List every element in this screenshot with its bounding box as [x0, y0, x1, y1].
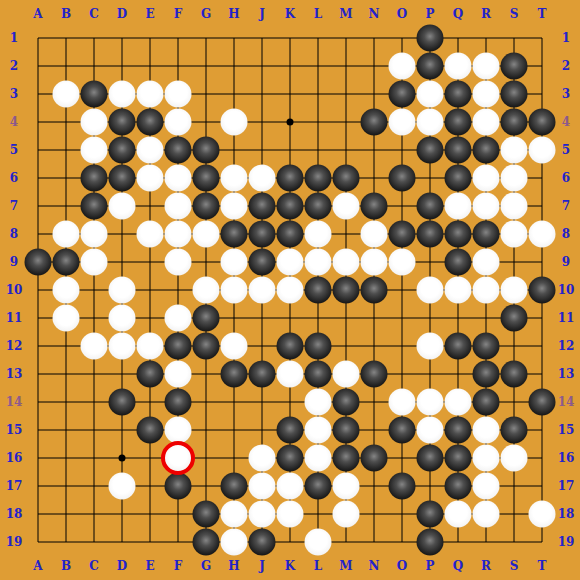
black-stone-s13: [501, 361, 528, 388]
row-label-right-13: 13: [558, 368, 575, 380]
white-stone-r17: [473, 473, 500, 500]
col-label-top-g: G: [201, 8, 211, 20]
black-stone-j7: [249, 193, 276, 220]
col-label-bottom-b: B: [61, 560, 71, 572]
white-stone-f8: [165, 221, 192, 248]
black-stone-j13: [249, 361, 276, 388]
black-stone-j9: [249, 249, 276, 276]
col-label-top-o: O: [397, 8, 407, 20]
black-stone-h13: [221, 361, 248, 388]
white-stone-j10: [249, 277, 276, 304]
white-stone-m17: [333, 473, 360, 500]
white-stone-p10: [417, 277, 444, 304]
black-stone-n4: [361, 109, 388, 136]
row-label-right-11: 11: [558, 312, 575, 324]
row-label-left-3: 3: [10, 88, 18, 100]
black-stone-q6: [445, 165, 472, 192]
black-stone-o17: [389, 473, 416, 500]
white-stone-p4: [417, 109, 444, 136]
white-stone-r9: [473, 249, 500, 276]
black-stone-k6: [277, 165, 304, 192]
white-stone-n9: [361, 249, 388, 276]
row-label-right-4: 4: [562, 116, 570, 128]
white-stone-o4: [389, 109, 416, 136]
white-stone-d11: [109, 305, 136, 332]
white-stone-e8: [137, 221, 164, 248]
white-stone-e3: [137, 81, 164, 108]
go-board[interactable]: AABBCCDDEEFFGGHHJJKKLLMMNNOOPPQQRRSSTT11…: [0, 0, 580, 580]
white-stone-l15: [305, 417, 332, 444]
black-stone-e13: [137, 361, 164, 388]
col-label-top-h: H: [228, 8, 239, 20]
white-stone-q7: [445, 193, 472, 220]
col-label-bottom-p: P: [425, 560, 434, 572]
col-label-top-c: C: [89, 8, 99, 20]
black-stone-p5: [417, 137, 444, 164]
row-label-left-14: 14: [6, 396, 23, 408]
black-stone-q17: [445, 473, 472, 500]
white-stone-h7: [221, 193, 248, 220]
black-stone-l12: [305, 333, 332, 360]
black-stone-l13: [305, 361, 332, 388]
black-stone-c6: [81, 165, 108, 192]
black-stone-d6: [109, 165, 136, 192]
white-stone-h10: [221, 277, 248, 304]
col-label-top-p: P: [425, 8, 434, 20]
black-stone-m14: [333, 389, 360, 416]
white-stone-r16: [473, 445, 500, 472]
row-label-left-12: 12: [6, 340, 23, 352]
black-stone-p1: [417, 25, 444, 52]
col-label-bottom-q: Q: [453, 560, 463, 572]
col-label-bottom-j: J: [259, 560, 265, 572]
black-stone-r8: [473, 221, 500, 248]
row-label-right-15: 15: [558, 424, 575, 436]
black-stone-g18: [193, 501, 220, 528]
black-stone-p2: [417, 53, 444, 80]
col-label-top-l: L: [314, 8, 322, 20]
row-label-right-8: 8: [562, 228, 570, 240]
row-label-left-1: 1: [10, 32, 18, 44]
row-label-left-5: 5: [10, 144, 18, 156]
black-stone-l6: [305, 165, 332, 192]
white-stone-r7: [473, 193, 500, 220]
col-label-top-b: B: [61, 8, 71, 20]
black-stone-t14: [529, 389, 556, 416]
black-stone-o15: [389, 417, 416, 444]
black-stone-f5: [165, 137, 192, 164]
white-stone-j16: [249, 445, 276, 472]
black-stone-k7: [277, 193, 304, 220]
white-stone-r10: [473, 277, 500, 304]
col-label-top-t: T: [538, 8, 547, 20]
row-label-right-16: 16: [558, 452, 575, 464]
col-label-bottom-c: C: [89, 560, 99, 572]
white-stone-o2: [389, 53, 416, 80]
white-stone-f7: [165, 193, 192, 220]
row-label-right-6: 6: [562, 172, 570, 184]
white-stone-t8: [529, 221, 556, 248]
black-stone-o6: [389, 165, 416, 192]
row-label-right-18: 18: [558, 508, 575, 520]
black-stone-r13: [473, 361, 500, 388]
black-stone-s2: [501, 53, 528, 80]
white-stone-h12: [221, 333, 248, 360]
white-stone-g10: [193, 277, 220, 304]
row-label-right-3: 3: [562, 88, 570, 100]
white-stone-e12: [137, 333, 164, 360]
white-stone-f3: [165, 81, 192, 108]
white-stone-l19: [305, 529, 332, 556]
black-stone-a9: [25, 249, 52, 276]
row-label-right-7: 7: [562, 200, 570, 212]
white-stone-m18: [333, 501, 360, 528]
white-stone-q2: [445, 53, 472, 80]
black-stone-t10: [529, 277, 556, 304]
white-stone-f4: [165, 109, 192, 136]
col-label-top-a: A: [33, 8, 42, 20]
black-stone-f12: [165, 333, 192, 360]
col-label-bottom-h: H: [228, 560, 239, 572]
col-label-bottom-e: E: [145, 560, 154, 572]
white-stone-s8: [501, 221, 528, 248]
black-stone-r5: [473, 137, 500, 164]
white-stone-h18: [221, 501, 248, 528]
black-stone-o3: [389, 81, 416, 108]
black-stone-g5: [193, 137, 220, 164]
white-stone-r3: [473, 81, 500, 108]
col-label-bottom-l: L: [314, 560, 322, 572]
row-label-left-4: 4: [10, 116, 18, 128]
col-label-bottom-a: A: [33, 560, 42, 572]
black-stone-p19: [417, 529, 444, 556]
white-stone-r6: [473, 165, 500, 192]
white-stone-l9: [305, 249, 332, 276]
black-stone-g12: [193, 333, 220, 360]
col-label-bottom-o: O: [397, 560, 407, 572]
white-stone-f11: [165, 305, 192, 332]
black-stone-p16: [417, 445, 444, 472]
black-stone-g19: [193, 529, 220, 556]
black-stone-p7: [417, 193, 444, 220]
row-label-right-14: 14: [558, 396, 575, 408]
col-label-top-j: J: [259, 8, 265, 20]
black-stone-n16: [361, 445, 388, 472]
white-stone-k13: [277, 361, 304, 388]
black-stone-p8: [417, 221, 444, 248]
white-stone-q10: [445, 277, 472, 304]
col-label-top-e: E: [145, 8, 154, 20]
black-stone-n13: [361, 361, 388, 388]
white-stone-k18: [277, 501, 304, 528]
row-label-left-16: 16: [6, 452, 23, 464]
black-stone-s3: [501, 81, 528, 108]
black-stone-d5: [109, 137, 136, 164]
white-stone-p12: [417, 333, 444, 360]
white-stone-l16: [305, 445, 332, 472]
col-label-top-s: S: [510, 8, 519, 20]
white-stone-c9: [81, 249, 108, 276]
col-label-bottom-m: M: [339, 560, 352, 572]
white-stone-k10: [277, 277, 304, 304]
black-stone-p18: [417, 501, 444, 528]
black-stone-g11: [193, 305, 220, 332]
black-stone-l10: [305, 277, 332, 304]
row-label-right-1: 1: [562, 32, 570, 44]
row-label-left-15: 15: [6, 424, 23, 436]
black-stone-s11: [501, 305, 528, 332]
last-move-marker: [161, 441, 195, 475]
black-stone-f17: [165, 473, 192, 500]
white-stone-j18: [249, 501, 276, 528]
black-stone-q15: [445, 417, 472, 444]
black-stone-m6: [333, 165, 360, 192]
black-stone-d14: [109, 389, 136, 416]
white-stone-d10: [109, 277, 136, 304]
col-label-bottom-d: D: [117, 560, 127, 572]
white-stone-p14: [417, 389, 444, 416]
black-stone-e4: [137, 109, 164, 136]
col-label-top-d: D: [117, 8, 127, 20]
white-stone-c8: [81, 221, 108, 248]
black-stone-s15: [501, 417, 528, 444]
black-stone-l17: [305, 473, 332, 500]
black-stone-f14: [165, 389, 192, 416]
white-stone-m9: [333, 249, 360, 276]
white-stone-f13: [165, 361, 192, 388]
col-label-bottom-r: R: [481, 560, 491, 572]
white-stone-k17: [277, 473, 304, 500]
col-label-top-f: F: [174, 8, 183, 20]
white-stone-j17: [249, 473, 276, 500]
white-stone-s7: [501, 193, 528, 220]
white-stone-r4: [473, 109, 500, 136]
row-label-right-10: 10: [558, 284, 575, 296]
col-label-bottom-f: F: [174, 560, 183, 572]
white-stone-b8: [53, 221, 80, 248]
white-stone-j6: [249, 165, 276, 192]
white-stone-o14: [389, 389, 416, 416]
white-stone-f9: [165, 249, 192, 276]
black-stone-j19: [249, 529, 276, 556]
black-stone-o8: [389, 221, 416, 248]
white-stone-r2: [473, 53, 500, 80]
black-stone-n10: [361, 277, 388, 304]
star-point-k4: [287, 119, 294, 126]
white-stone-k9: [277, 249, 304, 276]
white-stone-t18: [529, 501, 556, 528]
white-stone-n8: [361, 221, 388, 248]
row-label-left-9: 9: [10, 256, 18, 268]
black-stone-g6: [193, 165, 220, 192]
white-stone-s10: [501, 277, 528, 304]
white-stone-f15: [165, 417, 192, 444]
black-stone-h8: [221, 221, 248, 248]
white-stone-b11: [53, 305, 80, 332]
white-stone-m13: [333, 361, 360, 388]
col-label-top-q: Q: [453, 8, 463, 20]
black-stone-q12: [445, 333, 472, 360]
row-label-left-2: 2: [10, 60, 18, 72]
black-stone-b9: [53, 249, 80, 276]
black-stone-c7: [81, 193, 108, 220]
black-stone-q4: [445, 109, 472, 136]
black-stone-r14: [473, 389, 500, 416]
white-stone-d12: [109, 333, 136, 360]
white-stone-t5: [529, 137, 556, 164]
row-label-left-8: 8: [10, 228, 18, 240]
col-label-bottom-t: T: [538, 560, 547, 572]
black-stone-j8: [249, 221, 276, 248]
col-label-bottom-s: S: [510, 560, 519, 572]
row-label-right-2: 2: [562, 60, 570, 72]
row-label-left-6: 6: [10, 172, 18, 184]
black-stone-n7: [361, 193, 388, 220]
white-stone-d3: [109, 81, 136, 108]
black-stone-m15: [333, 417, 360, 444]
white-stone-s5: [501, 137, 528, 164]
row-label-left-17: 17: [6, 480, 23, 492]
col-label-bottom-g: G: [201, 560, 211, 572]
white-stone-p3: [417, 81, 444, 108]
row-label-right-17: 17: [558, 480, 575, 492]
white-stone-l8: [305, 221, 332, 248]
row-label-left-18: 18: [6, 508, 23, 520]
black-stone-k16: [277, 445, 304, 472]
row-label-left-13: 13: [6, 368, 23, 380]
row-label-right-19: 19: [558, 536, 575, 548]
black-stone-r12: [473, 333, 500, 360]
black-stone-m16: [333, 445, 360, 472]
black-stone-q5: [445, 137, 472, 164]
white-stone-h9: [221, 249, 248, 276]
white-stone-e5: [137, 137, 164, 164]
white-stone-d7: [109, 193, 136, 220]
col-label-top-r: R: [481, 8, 491, 20]
black-stone-s4: [501, 109, 528, 136]
white-stone-r15: [473, 417, 500, 444]
black-stone-q9: [445, 249, 472, 276]
white-stone-c5: [81, 137, 108, 164]
col-label-bottom-k: K: [285, 560, 295, 572]
white-stone-s16: [501, 445, 528, 472]
row-label-right-9: 9: [562, 256, 570, 268]
col-label-top-k: K: [285, 8, 295, 20]
black-stone-t4: [529, 109, 556, 136]
star-point-d16: [119, 455, 126, 462]
white-stone-b10: [53, 277, 80, 304]
black-stone-m10: [333, 277, 360, 304]
white-stone-q14: [445, 389, 472, 416]
white-stone-l14: [305, 389, 332, 416]
row-label-right-5: 5: [562, 144, 570, 156]
white-stone-h4: [221, 109, 248, 136]
white-stone-r18: [473, 501, 500, 528]
black-stone-d4: [109, 109, 136, 136]
white-stone-m7: [333, 193, 360, 220]
black-stone-k8: [277, 221, 304, 248]
col-label-top-n: N: [369, 8, 380, 20]
white-stone-s6: [501, 165, 528, 192]
white-stone-e6: [137, 165, 164, 192]
black-stone-e15: [137, 417, 164, 444]
col-label-top-m: M: [339, 8, 352, 20]
black-stone-k12: [277, 333, 304, 360]
black-stone-k15: [277, 417, 304, 444]
white-stone-h19: [221, 529, 248, 556]
row-label-left-19: 19: [6, 536, 23, 548]
white-stone-b3: [53, 81, 80, 108]
white-stone-f6: [165, 165, 192, 192]
black-stone-q3: [445, 81, 472, 108]
black-stone-l7: [305, 193, 332, 220]
white-stone-c12: [81, 333, 108, 360]
white-stone-d17: [109, 473, 136, 500]
row-label-left-10: 10: [6, 284, 23, 296]
row-label-right-12: 12: [558, 340, 575, 352]
col-label-bottom-n: N: [369, 560, 380, 572]
row-label-left-7: 7: [10, 200, 18, 212]
row-label-left-11: 11: [6, 312, 23, 324]
white-stone-h6: [221, 165, 248, 192]
white-stone-p15: [417, 417, 444, 444]
black-stone-c3: [81, 81, 108, 108]
black-stone-g7: [193, 193, 220, 220]
white-stone-g8: [193, 221, 220, 248]
white-stone-c4: [81, 109, 108, 136]
white-stone-q18: [445, 501, 472, 528]
white-stone-o9: [389, 249, 416, 276]
black-stone-q8: [445, 221, 472, 248]
black-stone-h17: [221, 473, 248, 500]
black-stone-q16: [445, 445, 472, 472]
